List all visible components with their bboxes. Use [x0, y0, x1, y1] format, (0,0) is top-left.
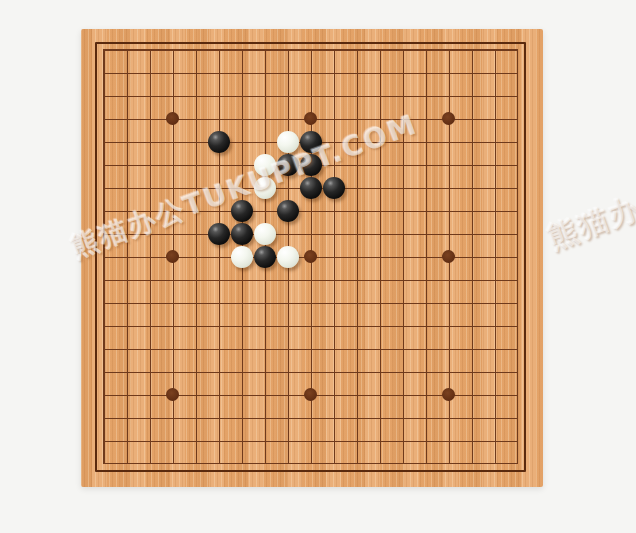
star-point	[166, 388, 179, 401]
stock-image-page: 熊猫办公TUKUPPT.COM 熊猫办	[0, 0, 636, 533]
white-stone	[231, 246, 253, 268]
white-stone	[254, 154, 276, 176]
star-point	[304, 250, 317, 263]
black-stone	[300, 154, 322, 176]
black-stone	[300, 131, 322, 153]
star-point	[442, 112, 455, 125]
black-stone	[208, 131, 230, 153]
white-stone	[254, 223, 276, 245]
white-stone	[277, 131, 299, 153]
white-stone	[254, 177, 276, 199]
star-point	[442, 388, 455, 401]
black-stone	[323, 177, 345, 199]
black-stone	[231, 223, 253, 245]
black-stone	[254, 246, 276, 268]
black-stone	[300, 177, 322, 199]
watermark-right-partial: 熊猫办	[542, 187, 636, 258]
black-stone	[277, 154, 299, 176]
star-point	[304, 112, 317, 125]
go-board	[81, 29, 543, 487]
black-stone	[277, 200, 299, 222]
black-stone	[208, 223, 230, 245]
star-point	[304, 388, 317, 401]
black-stone	[231, 200, 253, 222]
intersection-grid	[92, 38, 529, 475]
star-point	[442, 250, 455, 263]
star-point	[166, 112, 179, 125]
star-point	[166, 250, 179, 263]
white-stone	[277, 246, 299, 268]
